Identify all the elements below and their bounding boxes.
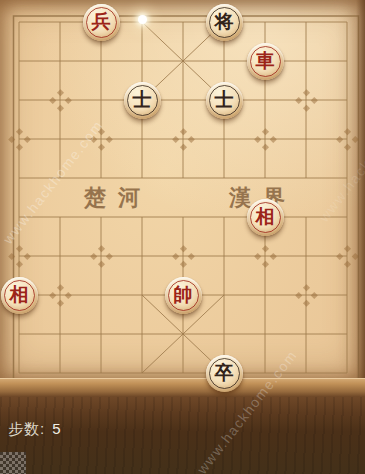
piece-glyph: 相 [10, 285, 29, 304]
board-right-edge [356, 0, 365, 378]
step-counter: 步数:5 [8, 420, 62, 439]
red-elephant[interactable]: 相 [1, 277, 38, 314]
board-grid-lines [0, 0, 365, 380]
piece-glyph: 将 [215, 12, 234, 31]
river-label-chu: 楚河 [84, 183, 152, 213]
red-general[interactable]: 帥 [165, 277, 202, 314]
red-elephant[interactable]: 相 [247, 199, 284, 236]
piece-glyph: 士 [215, 90, 234, 109]
last-move-marker [138, 15, 147, 24]
red-chariot[interactable]: 車 [247, 43, 284, 80]
piece-glyph: 卒 [215, 363, 234, 382]
black-soldier[interactable]: 卒 [206, 355, 243, 392]
black-general[interactable]: 将 [206, 4, 243, 41]
piece-glyph: 兵 [92, 12, 111, 31]
black-advisor[interactable]: 士 [206, 82, 243, 119]
step-counter-value: 5 [52, 420, 61, 437]
board-front-bevel [0, 378, 365, 397]
piece-glyph: 車 [256, 51, 275, 70]
piece-glyph: 相 [256, 207, 275, 226]
xiangqi-app-screen: 楚河 漢界 兵将車士士相相帥卒 步数:5 www.hackhome.com ww… [0, 0, 365, 474]
piece-glyph: 士 [133, 90, 152, 109]
piece-glyph: 帥 [174, 285, 193, 304]
watermark-noise-patch [0, 452, 26, 474]
red-soldier[interactable]: 兵 [83, 4, 120, 41]
step-counter-label: 步数: [8, 420, 45, 437]
black-advisor[interactable]: 士 [124, 82, 161, 119]
